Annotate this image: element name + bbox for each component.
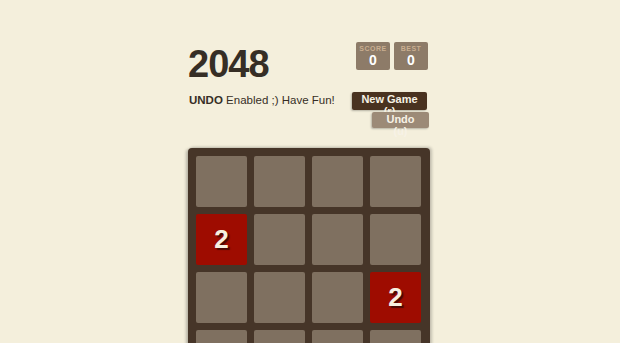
board-cell: [370, 214, 421, 265]
board-cell: [370, 156, 421, 207]
board-cell: [312, 272, 363, 323]
board-cell: [312, 214, 363, 265]
undo-button[interactable]: Undo (u): [372, 112, 429, 128]
score-value: 0: [369, 53, 377, 68]
board-cell: [196, 272, 247, 323]
board-cell: [254, 330, 305, 343]
tile-2: 2: [370, 272, 421, 323]
undo-enabled-note-bold: UNDO: [189, 94, 223, 106]
board-cell: [196, 330, 247, 343]
score-box: SCORE 0: [356, 42, 390, 70]
page: { "game": "2048", "position": [[0,0,0,0]…: [0, 0, 620, 343]
undo-enabled-note-rest: Enabled ;) Have Fun!: [223, 94, 335, 106]
board-cell: [254, 156, 305, 207]
board-cell: [312, 156, 363, 207]
undo-enabled-note: UNDO Enabled ;) Have Fun!: [189, 94, 335, 107]
best-value: 0: [407, 53, 415, 68]
board-cell: [370, 330, 421, 343]
score-panel: SCORE 0 BEST 0: [356, 42, 428, 70]
board-cell: [254, 272, 305, 323]
board-cell: [196, 156, 247, 207]
board-cell: [312, 330, 363, 343]
new-game-button[interactable]: New Game (r): [352, 92, 427, 110]
game-container: 2048 UNDO Enabled ;) Have Fun! SCORE 0 B…: [189, 0, 431, 343]
board-cell: [254, 214, 305, 265]
best-box: BEST 0: [394, 42, 428, 70]
page-title: 2048: [188, 45, 269, 83]
board: 22: [188, 148, 430, 343]
tile-2: 2: [196, 214, 247, 265]
